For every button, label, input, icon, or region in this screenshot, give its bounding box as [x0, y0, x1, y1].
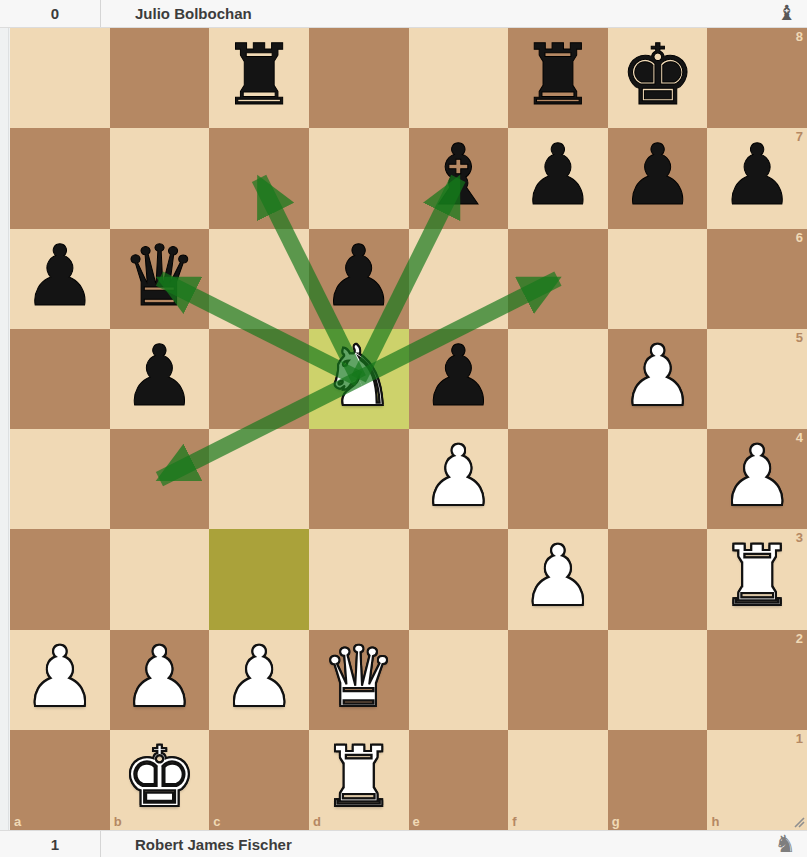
bar-divider [100, 831, 101, 857]
square-f2[interactable] [508, 630, 608, 730]
file-label-f: f [512, 815, 516, 828]
square-g5[interactable]: ♟ [608, 329, 708, 429]
top-player-bar: 0 Julio Bolbochan ♝ [0, 0, 807, 28]
square-g2[interactable] [608, 630, 708, 730]
black-pawn-g7[interactable]: ♟ [620, 133, 695, 217]
black-king-g8[interactable]: ♚ [620, 33, 695, 117]
black-pawn-b5[interactable]: ♟ [122, 334, 197, 418]
rank-label-2: 2 [796, 632, 803, 645]
white-pawn-b2[interactable]: ♟ [122, 635, 197, 719]
bottom-player-name: Robert James Fischer [135, 836, 774, 853]
white-queen-d2[interactable]: ♛ [321, 635, 396, 719]
rank-label-6: 6 [796, 231, 803, 244]
square-a8[interactable] [10, 28, 110, 128]
square-e2[interactable] [409, 630, 509, 730]
bottom-player-score: 1 [10, 836, 100, 853]
square-f4[interactable] [508, 429, 608, 529]
square-e1[interactable]: e [409, 730, 509, 830]
top-player-score: 0 [10, 5, 100, 22]
square-c3[interactable] [209, 529, 309, 629]
square-b2[interactable]: ♟ [110, 630, 210, 730]
square-d1[interactable]: d♜ [309, 730, 409, 830]
square-g3[interactable] [608, 529, 708, 629]
white-pawn-c2[interactable]: ♟ [221, 635, 296, 719]
rank-label-1: 1 [796, 732, 803, 745]
black-pawn-f7[interactable]: ♟ [520, 133, 595, 217]
square-c8[interactable]: ♜ [209, 28, 309, 128]
square-g7[interactable]: ♟ [608, 128, 708, 228]
square-d7[interactable] [309, 128, 409, 228]
white-rook-d1[interactable]: ♜ [321, 735, 396, 819]
square-f7[interactable]: ♟ [508, 128, 608, 228]
square-f5[interactable] [508, 329, 608, 429]
square-e5[interactable]: ♟ [409, 329, 509, 429]
square-e6[interactable] [409, 229, 509, 329]
square-d3[interactable] [309, 529, 409, 629]
square-a1[interactable]: a [10, 730, 110, 830]
file-label-d: d [313, 815, 321, 828]
square-f1[interactable]: f [508, 730, 608, 830]
square-b1[interactable]: b♚ [110, 730, 210, 830]
white-king-b1[interactable]: ♚ [122, 735, 197, 819]
square-d5[interactable]: ♞ [309, 329, 409, 429]
square-a5[interactable] [10, 329, 110, 429]
square-h3[interactable]: 3♜ [707, 529, 807, 629]
rank-label-4: 4 [796, 431, 803, 444]
bar-divider [100, 0, 101, 27]
square-d8[interactable] [309, 28, 409, 128]
rank-label-3: 3 [796, 531, 803, 544]
square-c1[interactable]: c [209, 730, 309, 830]
square-g8[interactable]: ♚ [608, 28, 708, 128]
square-b6[interactable]: ♛ [110, 229, 210, 329]
square-a6[interactable]: ♟ [10, 229, 110, 329]
square-g1[interactable]: g [608, 730, 708, 830]
square-b5[interactable]: ♟ [110, 329, 210, 429]
square-h5[interactable]: 5 [707, 329, 807, 429]
white-rook-h3[interactable]: ♜ [720, 534, 795, 618]
black-rook-f8[interactable]: ♜ [520, 33, 595, 117]
square-h1[interactable]: 1h [707, 730, 807, 830]
file-label-c: c [213, 815, 220, 828]
chess-board: ♜♜♚8♝♟♟7♟♟♛♟6♟♞♟♟5♟4♟♟3♜♟♟♟♛2ab♚cd♜efg1h [10, 28, 807, 830]
square-h8[interactable]: 8 [707, 28, 807, 128]
square-b3[interactable] [110, 529, 210, 629]
black-pawn-e5[interactable]: ♟ [421, 334, 496, 418]
square-g4[interactable] [608, 429, 708, 529]
black-pawn-d6[interactable]: ♟ [321, 234, 396, 318]
black-queen-b6[interactable]: ♛ [122, 234, 197, 318]
square-c4[interactable] [209, 429, 309, 529]
page-gutter-line [8, 28, 9, 830]
rank-label-7: 7 [796, 130, 803, 143]
bottom-player-bar: 1 Robert James Fischer ♞ [0, 830, 807, 857]
square-d2[interactable]: ♛ [309, 630, 409, 730]
square-e7[interactable]: ♝ [409, 128, 509, 228]
square-d4[interactable] [309, 429, 409, 529]
black-rook-c8[interactable]: ♜ [221, 33, 296, 117]
square-h6[interactable]: 6 [707, 229, 807, 329]
square-c7[interactable] [209, 128, 309, 228]
file-label-b: b [114, 815, 122, 828]
black-bishop-icon: ♝ [777, 3, 796, 24]
file-label-h: h [711, 815, 719, 828]
square-e8[interactable] [409, 28, 509, 128]
square-c6[interactable] [209, 229, 309, 329]
square-b8[interactable] [110, 28, 210, 128]
black-pawn-h7[interactable]: ♟ [720, 133, 795, 217]
white-pawn-f3[interactable]: ♟ [520, 534, 595, 618]
file-label-a: a [14, 815, 21, 828]
square-h2[interactable]: 2 [707, 630, 807, 730]
square-f6[interactable] [508, 229, 608, 329]
square-a7[interactable] [10, 128, 110, 228]
file-label-e: e [413, 815, 420, 828]
file-label-g: g [612, 815, 620, 828]
square-e4[interactable]: ♟ [409, 429, 509, 529]
white-pawn-a2[interactable]: ♟ [22, 635, 97, 719]
square-a4[interactable] [10, 429, 110, 529]
square-h7[interactable]: 7♟ [707, 128, 807, 228]
square-d6[interactable]: ♟ [309, 229, 409, 329]
square-c5[interactable] [209, 329, 309, 429]
square-f8[interactable]: ♜ [508, 28, 608, 128]
white-knight-icon: ♞ [774, 832, 796, 856]
black-bishop-e7[interactable]: ♝ [421, 133, 496, 217]
white-pawn-h4[interactable]: ♟ [720, 434, 795, 518]
square-h4[interactable]: 4♟ [707, 429, 807, 529]
square-e3[interactable] [409, 529, 509, 629]
square-a3[interactable] [10, 529, 110, 629]
rank-label-5: 5 [796, 331, 803, 344]
square-b7[interactable] [110, 128, 210, 228]
square-b4[interactable] [110, 429, 210, 529]
black-pawn-a6[interactable]: ♟ [22, 234, 97, 318]
square-f3[interactable]: ♟ [508, 529, 608, 629]
top-player-name: Julio Bolbochan [135, 5, 777, 22]
square-g6[interactable] [608, 229, 708, 329]
rank-label-8: 8 [796, 30, 803, 43]
board-squares: ♜♜♚8♝♟♟7♟♟♛♟6♟♞♟♟5♟4♟♟3♜♟♟♟♛2ab♚cd♜efg1h [10, 28, 807, 830]
white-knight-d5[interactable]: ♞ [321, 334, 396, 418]
square-a2[interactable]: ♟ [10, 630, 110, 730]
square-c2[interactable]: ♟ [209, 630, 309, 730]
white-pawn-e4[interactable]: ♟ [421, 434, 496, 518]
white-pawn-g5[interactable]: ♟ [620, 334, 695, 418]
board-resize-handle[interactable] [793, 816, 805, 828]
